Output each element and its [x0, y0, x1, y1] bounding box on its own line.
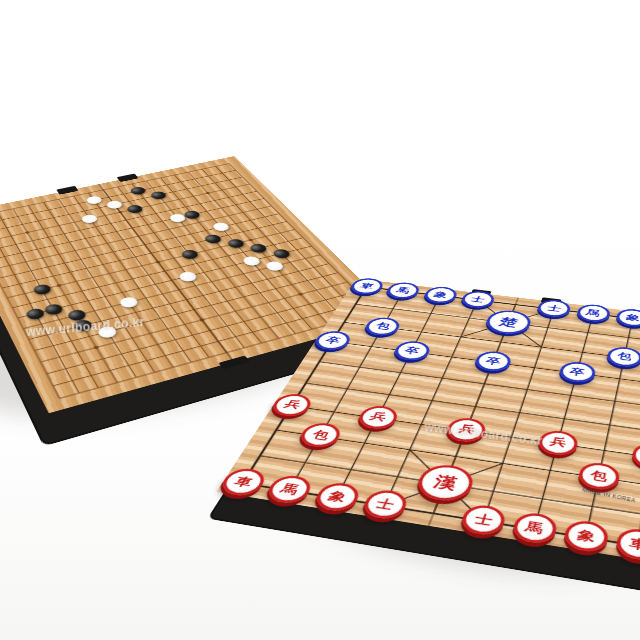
- go-stone-black: [72, 319, 94, 333]
- go-stone-white: [96, 325, 119, 339]
- janggi-piece-red-horse: 馬: [263, 473, 316, 505]
- janggi-piece-red-cannon: 包: [296, 421, 345, 449]
- janggi-piece-character: 兵: [457, 424, 476, 436]
- janggi-piece-character: 包: [374, 322, 391, 331]
- janggi-piece-character: 包: [311, 429, 331, 441]
- janggi-piece-character: 卒: [324, 336, 342, 345]
- janggi-piece-red-elephant: 象: [311, 481, 363, 514]
- janggi-piece-red-soldier: 兵: [631, 441, 640, 471]
- janggi-piece-character: 士: [470, 295, 486, 303]
- janggi-piece-character: 車: [359, 282, 375, 290]
- janggi-piece-red-soldier: 兵: [443, 416, 488, 444]
- janggi-piece-character: 馬: [395, 286, 411, 294]
- janggi-piece-character: 馬: [524, 521, 545, 536]
- janggi-piece-red-general: 漢: [412, 462, 477, 504]
- janggi-piece-character: 車: [232, 475, 254, 488]
- janggi-piece-character: 象: [576, 529, 596, 544]
- janggi-piece-character: 兵: [368, 411, 387, 422]
- janggi-piece-red-chariot: 車: [216, 466, 270, 497]
- go-stone-black: [43, 303, 65, 316]
- go-stone-white: [118, 296, 140, 309]
- janggi-piece-character: 象: [432, 291, 448, 299]
- janggi-piece-character: 兵: [549, 437, 567, 449]
- janggi-piece-character: 包: [589, 470, 608, 483]
- janggi-piece-character: 象: [625, 313, 640, 322]
- go-stone-black: [32, 283, 53, 296]
- janggi-piece-character: 士: [374, 497, 396, 511]
- janggi-piece-character: 楚: [498, 316, 519, 328]
- janggi-piece-character: 兵: [282, 399, 302, 410]
- janggi-piece-character: 士: [473, 513, 494, 527]
- janggi-piece-character: 象: [326, 490, 348, 504]
- janggi-piece-red-soldier: 兵: [354, 404, 401, 431]
- janggi-piece-character: 車: [629, 537, 640, 552]
- janggi-piece-character: 卒: [485, 356, 502, 366]
- go-stone-white: [177, 270, 199, 282]
- janggi-piece-red-soldier: 兵: [536, 428, 580, 457]
- go-stone-black: [66, 308, 88, 322]
- product-photo-stage: 車馬象士士馬象車楚包包卒卒卒卒卒兵兵兵兵兵包包漢車馬象士士馬象車 www.uri…: [0, 0, 640, 640]
- janggi-piece-red-soldier: 兵: [268, 392, 316, 418]
- janggi-piece-character: 馬: [586, 309, 601, 317]
- janggi-piece-character: 包: [617, 352, 633, 362]
- go-stone-black: [25, 307, 47, 321]
- janggi-piece-character: 士: [547, 304, 562, 312]
- janggi-piece-character: 漢: [432, 474, 459, 492]
- janggi-piece-character: 卒: [569, 367, 586, 377]
- janggi-piece-character: 卒: [403, 346, 421, 355]
- janggi-piece-character: 馬: [279, 483, 301, 496]
